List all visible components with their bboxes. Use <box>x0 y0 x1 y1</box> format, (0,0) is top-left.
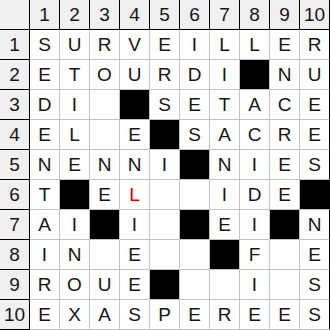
grid-cell[interactable]: O <box>60 270 90 300</box>
grid-cell[interactable]: N <box>120 150 150 180</box>
grid-cell[interactable] <box>150 210 180 240</box>
grid-cell[interactable]: N <box>270 60 300 90</box>
col-label-3: 3 <box>90 0 120 30</box>
black-cell <box>150 270 180 300</box>
grid-cell[interactable]: S <box>300 300 330 330</box>
grid-cell[interactable]: P <box>150 300 180 330</box>
row-label-2: 2 <box>0 60 30 90</box>
row-label-9: 9 <box>0 270 30 300</box>
grid-cell[interactable]: L <box>210 30 240 60</box>
grid-cell[interactable]: S <box>300 150 330 180</box>
grid-cell[interactable]: I <box>240 270 270 300</box>
grid-cell[interactable]: E <box>270 30 300 60</box>
grid-cell[interactable]: I <box>60 90 90 120</box>
grid-cell[interactable]: E <box>300 240 330 270</box>
grid-cell[interactable]: E <box>60 150 90 180</box>
corner-cell <box>0 0 30 30</box>
grid-cell[interactable] <box>150 240 180 270</box>
row-label-10: 10 <box>0 300 30 330</box>
grid-cell[interactable] <box>270 270 300 300</box>
grid-cell[interactable]: E <box>270 300 300 330</box>
grid-cell[interactable]: I <box>240 150 270 180</box>
grid-cell[interactable]: I <box>120 210 150 240</box>
col-label-8: 8 <box>240 0 270 30</box>
grid-cell[interactable]: R <box>210 300 240 330</box>
row-label-4: 4 <box>0 120 30 150</box>
crossword-board: 123456789101SURVEILLER2ETOURDINU3DISETAC… <box>0 0 330 330</box>
grid-cell[interactable]: V <box>120 30 150 60</box>
grid-cell[interactable] <box>150 180 180 210</box>
grid-cell[interactable] <box>90 90 120 120</box>
grid-cell[interactable] <box>90 120 120 150</box>
grid-cell[interactable]: S <box>180 120 210 150</box>
row-label-7: 7 <box>0 210 30 240</box>
row-label-5: 5 <box>0 150 30 180</box>
grid-cell[interactable]: E <box>120 240 150 270</box>
grid-cell[interactable]: N <box>60 240 90 270</box>
grid-cell[interactable]: D <box>240 180 270 210</box>
grid-cell[interactable]: T <box>60 60 90 90</box>
grid-cell[interactable] <box>270 240 300 270</box>
grid-cell[interactable]: E <box>270 150 300 180</box>
grid-cell[interactable]: R <box>300 30 330 60</box>
grid-cell[interactable]: N <box>30 150 60 180</box>
grid-cell[interactable]: E <box>180 90 210 120</box>
col-label-10: 10 <box>300 0 330 30</box>
crossword-app: 123456789101SURVEILLER2ETOURDINU3DISETAC… <box>0 0 330 330</box>
grid-cell[interactable]: T <box>210 90 240 120</box>
grid-cell[interactable]: C <box>240 120 270 150</box>
grid-cell[interactable]: L <box>120 180 150 210</box>
grid-cell[interactable]: I <box>30 240 60 270</box>
grid-cell[interactable] <box>180 180 210 210</box>
grid-cell[interactable]: E <box>30 120 60 150</box>
black-cell <box>90 210 120 240</box>
row-label-1: 1 <box>0 30 30 60</box>
grid-cell[interactable]: A <box>30 210 60 240</box>
black-cell <box>270 210 300 240</box>
grid-cell[interactable]: I <box>210 180 240 210</box>
grid-cell[interactable]: R <box>270 120 300 150</box>
black-cell <box>180 210 210 240</box>
col-label-9: 9 <box>270 0 300 30</box>
black-cell <box>300 180 330 210</box>
col-label-1: 1 <box>30 0 60 30</box>
grid-cell[interactable]: T <box>30 180 60 210</box>
grid-cell[interactable]: D <box>180 60 210 90</box>
grid-cell[interactable]: E <box>120 120 150 150</box>
grid-cell[interactable]: S <box>150 90 180 120</box>
grid-cell[interactable] <box>90 240 120 270</box>
black-cell <box>120 90 150 120</box>
grid-cell[interactable]: U <box>120 60 150 90</box>
grid-cell[interactable]: E <box>180 300 210 330</box>
col-label-2: 2 <box>60 0 90 30</box>
grid-cell[interactable]: O <box>90 60 120 90</box>
grid-cell[interactable]: E <box>300 120 330 150</box>
grid-cell[interactable]: I <box>180 30 210 60</box>
grid-cell[interactable]: C <box>270 90 300 120</box>
grid-cell[interactable]: N <box>210 150 240 180</box>
grid-cell[interactable]: A <box>90 300 120 330</box>
grid-cell[interactable]: I <box>60 210 90 240</box>
col-label-7: 7 <box>210 0 240 30</box>
grid-cell[interactable]: L <box>60 120 90 150</box>
grid-cell[interactable]: L <box>240 30 270 60</box>
grid-cell[interactable]: E <box>90 180 120 210</box>
grid-cell[interactable]: R <box>150 60 180 90</box>
grid-cell[interactable]: N <box>90 150 120 180</box>
grid-cell[interactable]: S <box>30 30 60 60</box>
grid-cell[interactable] <box>210 270 240 300</box>
col-label-6: 6 <box>180 0 210 30</box>
grid-cell[interactable]: E <box>240 300 270 330</box>
black-cell <box>180 150 210 180</box>
grid-cell[interactable]: I <box>150 150 180 180</box>
grid-cell[interactable]: E <box>120 270 150 300</box>
grid-cell[interactable]: I <box>210 60 240 90</box>
row-label-8: 8 <box>0 240 30 270</box>
grid-cell[interactable]: R <box>90 30 120 60</box>
col-label-5: 5 <box>150 0 180 30</box>
grid-cell[interactable]: S <box>300 270 330 300</box>
grid-cell[interactable]: A <box>210 120 240 150</box>
black-cell <box>240 60 270 90</box>
col-label-4: 4 <box>120 0 150 30</box>
grid-cell[interactable]: I <box>240 210 270 240</box>
grid-cell[interactable]: X <box>60 300 90 330</box>
grid-cell[interactable]: R <box>30 270 60 300</box>
grid-cell[interactable]: E <box>30 60 60 90</box>
grid-cell[interactable]: U <box>300 60 330 90</box>
grid-cell[interactable]: A <box>240 90 270 120</box>
grid-cell[interactable]: N <box>300 210 330 240</box>
black-cell <box>150 120 180 150</box>
grid-cell[interactable]: S <box>120 300 150 330</box>
grid-cell[interactable]: E <box>150 30 180 60</box>
grid-cell[interactable]: U <box>60 30 90 60</box>
row-label-6: 6 <box>0 180 30 210</box>
grid-cell[interactable]: E <box>210 210 240 240</box>
grid-cell[interactable]: E <box>270 180 300 210</box>
grid-cell[interactable] <box>180 270 210 300</box>
grid-cell[interactable]: D <box>30 90 60 120</box>
grid-cell[interactable]: E <box>300 90 330 120</box>
grid-cell[interactable] <box>180 240 210 270</box>
grid-cell[interactable]: F <box>240 240 270 270</box>
black-cell <box>210 240 240 270</box>
row-label-3: 3 <box>0 90 30 120</box>
grid-cell[interactable]: U <box>90 270 120 300</box>
black-cell <box>60 180 90 210</box>
grid-cell[interactable]: E <box>30 300 60 330</box>
